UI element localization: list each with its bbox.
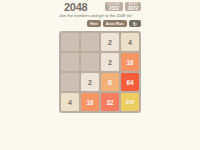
tile-2: 2 — [101, 33, 119, 51]
best-box: BEST 3072 — [125, 2, 141, 11]
intro-text: Join the numbers and get to the 2048 til… — [59, 14, 141, 18]
empty-cell — [61, 73, 79, 91]
empty-cell — [81, 53, 99, 71]
score-value: 2332 — [108, 6, 120, 11]
tile-4: 4 — [121, 33, 139, 51]
tile-4: 4 — [61, 93, 79, 111]
tile-16: 16 — [81, 93, 99, 111]
empty-cell — [61, 53, 79, 71]
tile-256: 256 — [121, 93, 139, 111]
tile-2: 2 — [81, 73, 99, 91]
tile-64: 64 — [121, 73, 139, 91]
tile-2: 2 — [101, 53, 119, 71]
game-container: 2048 SCORE 2332 BEST 3072 Join the numbe… — [59, 2, 141, 113]
hint-button[interactable]: Hint — [87, 20, 101, 27]
score-panel: SCORE 2332 BEST 3072 — [105, 2, 141, 11]
empty-cell — [61, 33, 79, 51]
score-box: SCORE 2332 — [105, 2, 123, 11]
tile-8: 8 — [101, 73, 119, 91]
game-title: 2048 — [59, 2, 87, 12]
controls-row: Hint Auto Run ↻ — [59, 20, 141, 27]
restart-button[interactable]: ↻ — [129, 20, 141, 27]
header: 2048 SCORE 2332 BEST 3072 — [59, 2, 141, 12]
board-grid[interactable]: 24216286441632256 — [59, 31, 141, 113]
auto-run-button[interactable]: Auto Run — [103, 20, 127, 27]
tile-32: 32 — [101, 93, 119, 111]
restart-icon: ↻ — [133, 21, 137, 27]
empty-cell — [81, 33, 99, 51]
best-value: 3072 — [128, 6, 138, 11]
tile-16: 16 — [121, 53, 139, 71]
